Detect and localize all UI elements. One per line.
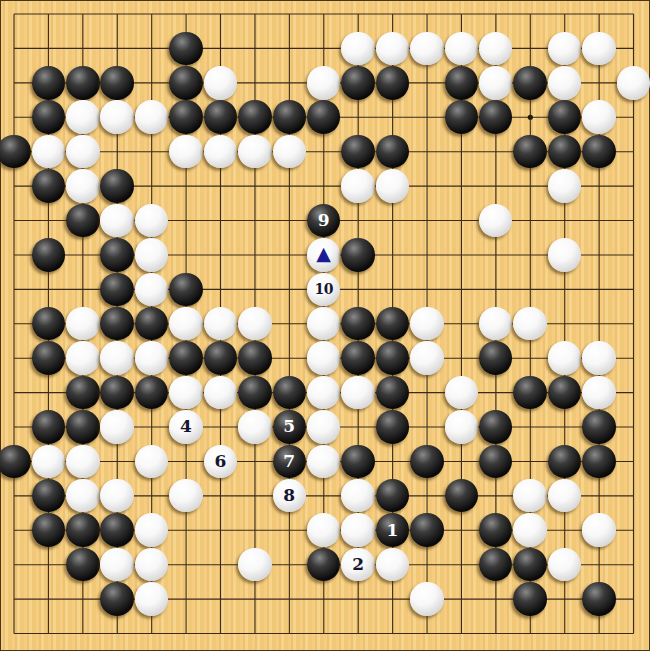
intersection-9-6[interactable]: 9 — [306, 203, 340, 237]
intersection-12-15[interactable] — [410, 513, 444, 547]
intersection-9-18[interactable] — [306, 616, 340, 650]
intersection-10-2[interactable] — [341, 66, 375, 100]
intersection-5-9[interactable] — [169, 306, 203, 340]
intersection-11-8[interactable] — [375, 272, 409, 306]
intersection-11-5[interactable] — [375, 169, 409, 203]
intersection-14-11[interactable] — [478, 375, 512, 409]
intersection-16-18[interactable] — [547, 616, 581, 650]
intersection-17-14[interactable] — [582, 478, 616, 512]
intersection-3-10[interactable] — [100, 341, 134, 375]
intersection-9-5[interactable] — [306, 169, 340, 203]
intersection-8-9[interactable] — [272, 306, 306, 340]
intersection-3-14[interactable] — [100, 478, 134, 512]
intersection-6-15[interactable] — [203, 513, 237, 547]
intersection-5-16[interactable] — [169, 547, 203, 581]
intersection-15-2[interactable] — [513, 66, 547, 100]
intersection-13-12[interactable] — [444, 410, 478, 444]
intersection-16-13[interactable] — [547, 444, 581, 478]
intersection-18-10[interactable] — [616, 341, 650, 375]
intersection-7-9[interactable] — [238, 306, 272, 340]
intersection-8-3[interactable] — [272, 100, 306, 134]
intersection-6-16[interactable] — [203, 547, 237, 581]
intersection-4-1[interactable] — [134, 31, 168, 65]
intersection-13-2[interactable] — [444, 66, 478, 100]
intersection-4-0[interactable] — [134, 0, 168, 31]
intersection-2-3[interactable] — [66, 100, 100, 134]
intersection-11-1[interactable] — [375, 31, 409, 65]
intersection-17-0[interactable] — [582, 0, 616, 31]
intersection-7-16[interactable] — [238, 547, 272, 581]
intersection-13-0[interactable] — [444, 0, 478, 31]
intersection-16-12[interactable] — [547, 410, 581, 444]
intersection-10-18[interactable] — [341, 616, 375, 650]
intersection-18-6[interactable] — [616, 203, 650, 237]
intersection-6-14[interactable] — [203, 478, 237, 512]
intersection-8-15[interactable] — [272, 513, 306, 547]
intersection-4-16[interactable] — [134, 547, 168, 581]
intersection-15-15[interactable] — [513, 513, 547, 547]
intersection-9-15[interactable] — [306, 513, 340, 547]
intersection-9-0[interactable] — [306, 0, 340, 31]
intersection-12-12[interactable] — [410, 410, 444, 444]
intersection-0-17[interactable] — [0, 582, 31, 616]
intersection-15-18[interactable] — [513, 616, 547, 650]
intersection-0-7[interactable] — [0, 238, 31, 272]
intersection-18-4[interactable] — [616, 134, 650, 168]
intersection-6-18[interactable] — [203, 616, 237, 650]
intersection-15-9[interactable] — [513, 306, 547, 340]
intersection-17-17[interactable] — [582, 582, 616, 616]
intersection-3-18[interactable] — [100, 616, 134, 650]
intersection-14-6[interactable] — [478, 203, 512, 237]
intersection-1-5[interactable] — [31, 169, 65, 203]
intersection-16-6[interactable] — [547, 203, 581, 237]
intersection-6-13[interactable]: 6 — [203, 444, 237, 478]
intersection-17-6[interactable] — [582, 203, 616, 237]
intersection-8-13[interactable]: 7 — [272, 444, 306, 478]
intersection-12-18[interactable] — [410, 616, 444, 650]
intersection-8-7[interactable] — [272, 238, 306, 272]
intersection-1-15[interactable] — [31, 513, 65, 547]
intersection-2-7[interactable] — [66, 238, 100, 272]
intersection-8-10[interactable] — [272, 341, 306, 375]
intersection-16-7[interactable] — [547, 238, 581, 272]
intersection-18-17[interactable] — [616, 582, 650, 616]
intersection-10-15[interactable] — [341, 513, 375, 547]
intersection-10-4[interactable] — [341, 134, 375, 168]
intersection-9-13[interactable] — [306, 444, 340, 478]
intersection-17-16[interactable] — [582, 547, 616, 581]
intersection-4-14[interactable] — [134, 478, 168, 512]
intersection-16-11[interactable] — [547, 375, 581, 409]
intersection-0-10[interactable] — [0, 341, 31, 375]
intersection-8-0[interactable] — [272, 0, 306, 31]
intersection-10-5[interactable] — [341, 169, 375, 203]
intersection-6-4[interactable] — [203, 134, 237, 168]
intersection-14-14[interactable] — [478, 478, 512, 512]
intersection-7-1[interactable] — [238, 31, 272, 65]
intersection-9-8[interactable]: 10 — [306, 272, 340, 306]
intersection-1-13[interactable] — [31, 444, 65, 478]
intersection-1-11[interactable] — [31, 375, 65, 409]
intersection-16-17[interactable] — [547, 582, 581, 616]
intersection-4-17[interactable] — [134, 582, 168, 616]
intersection-12-6[interactable] — [410, 203, 444, 237]
intersection-0-9[interactable] — [0, 306, 31, 340]
intersection-3-17[interactable] — [100, 582, 134, 616]
intersection-0-5[interactable] — [0, 169, 31, 203]
intersection-16-8[interactable] — [547, 272, 581, 306]
intersection-4-2[interactable] — [134, 66, 168, 100]
intersection-9-17[interactable] — [306, 582, 340, 616]
intersection-7-6[interactable] — [238, 203, 272, 237]
intersection-2-2[interactable] — [66, 66, 100, 100]
intersection-15-11[interactable] — [513, 375, 547, 409]
intersection-14-16[interactable] — [478, 547, 512, 581]
intersection-4-9[interactable] — [134, 306, 168, 340]
intersection-3-3[interactable] — [100, 100, 134, 134]
intersection-1-18[interactable] — [31, 616, 65, 650]
intersection-8-16[interactable] — [272, 547, 306, 581]
intersection-8-5[interactable] — [272, 169, 306, 203]
intersection-2-8[interactable] — [66, 272, 100, 306]
intersection-5-15[interactable] — [169, 513, 203, 547]
intersection-7-3[interactable] — [238, 100, 272, 134]
intersection-10-1[interactable] — [341, 31, 375, 65]
intersection-10-17[interactable] — [341, 582, 375, 616]
intersection-15-6[interactable] — [513, 203, 547, 237]
intersection-15-4[interactable] — [513, 134, 547, 168]
intersection-16-9[interactable] — [547, 306, 581, 340]
intersection-7-2[interactable] — [238, 66, 272, 100]
intersection-5-3[interactable] — [169, 100, 203, 134]
intersection-15-14[interactable] — [513, 478, 547, 512]
intersection-12-17[interactable] — [410, 582, 444, 616]
intersection-7-0[interactable] — [238, 0, 272, 31]
intersection-0-13[interactable] — [0, 444, 31, 478]
intersection-6-17[interactable] — [203, 582, 237, 616]
intersection-18-16[interactable] — [616, 547, 650, 581]
intersection-11-6[interactable] — [375, 203, 409, 237]
intersection-13-1[interactable] — [444, 31, 478, 65]
intersection-10-10[interactable] — [341, 341, 375, 375]
intersection-4-15[interactable] — [134, 513, 168, 547]
intersection-17-1[interactable] — [582, 31, 616, 65]
intersection-3-7[interactable] — [100, 238, 134, 272]
intersection-12-0[interactable] — [410, 0, 444, 31]
intersection-12-13[interactable] — [410, 444, 444, 478]
intersection-8-1[interactable] — [272, 31, 306, 65]
intersection-12-16[interactable] — [410, 547, 444, 581]
intersection-10-14[interactable] — [341, 478, 375, 512]
intersection-7-7[interactable] — [238, 238, 272, 272]
intersection-14-2[interactable] — [478, 66, 512, 100]
intersection-3-8[interactable] — [100, 272, 134, 306]
intersection-3-6[interactable] — [100, 203, 134, 237]
intersection-6-6[interactable] — [203, 203, 237, 237]
intersection-14-10[interactable] — [478, 341, 512, 375]
intersection-5-17[interactable] — [169, 582, 203, 616]
intersection-16-0[interactable] — [547, 0, 581, 31]
intersection-17-3[interactable] — [582, 100, 616, 134]
intersection-17-5[interactable] — [582, 169, 616, 203]
intersection-6-1[interactable] — [203, 31, 237, 65]
intersection-4-3[interactable] — [134, 100, 168, 134]
intersection-6-0[interactable] — [203, 0, 237, 31]
intersection-4-12[interactable] — [134, 410, 168, 444]
intersection-7-8[interactable] — [238, 272, 272, 306]
intersection-16-2[interactable] — [547, 66, 581, 100]
intersection-11-3[interactable] — [375, 100, 409, 134]
intersection-4-11[interactable] — [134, 375, 168, 409]
intersection-4-6[interactable] — [134, 203, 168, 237]
intersection-11-12[interactable] — [375, 410, 409, 444]
intersection-17-9[interactable] — [582, 306, 616, 340]
intersection-0-1[interactable] — [0, 31, 31, 65]
intersection-13-16[interactable] — [444, 547, 478, 581]
intersection-2-11[interactable] — [66, 375, 100, 409]
intersection-4-8[interactable] — [134, 272, 168, 306]
intersection-13-4[interactable] — [444, 134, 478, 168]
intersection-2-17[interactable] — [66, 582, 100, 616]
intersection-16-10[interactable] — [547, 341, 581, 375]
intersection-11-7[interactable] — [375, 238, 409, 272]
intersection-5-0[interactable] — [169, 0, 203, 31]
intersection-2-9[interactable] — [66, 306, 100, 340]
intersection-9-7[interactable]: ▲ — [306, 238, 340, 272]
intersection-17-18[interactable] — [582, 616, 616, 650]
intersection-10-6[interactable] — [341, 203, 375, 237]
intersection-1-10[interactable] — [31, 341, 65, 375]
intersection-8-4[interactable] — [272, 134, 306, 168]
intersection-8-14[interactable]: 8 — [272, 478, 306, 512]
intersection-6-8[interactable] — [203, 272, 237, 306]
intersection-0-4[interactable] — [0, 134, 31, 168]
intersection-18-0[interactable] — [616, 0, 650, 31]
intersection-11-18[interactable] — [375, 616, 409, 650]
intersection-13-17[interactable] — [444, 582, 478, 616]
intersection-5-10[interactable] — [169, 341, 203, 375]
intersection-8-12[interactable]: 5 — [272, 410, 306, 444]
intersection-13-3[interactable] — [444, 100, 478, 134]
intersection-16-15[interactable] — [547, 513, 581, 547]
intersection-0-2[interactable] — [0, 66, 31, 100]
intersection-8-6[interactable] — [272, 203, 306, 237]
intersection-15-8[interactable] — [513, 272, 547, 306]
intersection-11-14[interactable] — [375, 478, 409, 512]
intersection-5-7[interactable] — [169, 238, 203, 272]
intersection-18-13[interactable] — [616, 444, 650, 478]
intersection-3-5[interactable] — [100, 169, 134, 203]
intersection-12-9[interactable] — [410, 306, 444, 340]
intersection-14-13[interactable] — [478, 444, 512, 478]
intersection-12-4[interactable] — [410, 134, 444, 168]
intersection-11-11[interactable] — [375, 375, 409, 409]
intersection-9-16[interactable] — [306, 547, 340, 581]
intersection-17-15[interactable] — [582, 513, 616, 547]
intersection-13-8[interactable] — [444, 272, 478, 306]
intersection-14-5[interactable] — [478, 169, 512, 203]
intersection-2-0[interactable] — [66, 0, 100, 31]
intersection-18-9[interactable] — [616, 306, 650, 340]
intersection-2-15[interactable] — [66, 513, 100, 547]
intersection-5-13[interactable] — [169, 444, 203, 478]
intersection-10-13[interactable] — [341, 444, 375, 478]
intersection-14-18[interactable] — [478, 616, 512, 650]
intersection-18-8[interactable] — [616, 272, 650, 306]
intersection-3-11[interactable] — [100, 375, 134, 409]
intersection-4-5[interactable] — [134, 169, 168, 203]
intersection-7-17[interactable] — [238, 582, 272, 616]
intersection-0-0[interactable] — [0, 0, 31, 31]
intersection-11-15[interactable]: 1 — [375, 513, 409, 547]
intersection-11-9[interactable] — [375, 306, 409, 340]
intersection-12-7[interactable] — [410, 238, 444, 272]
intersection-5-8[interactable] — [169, 272, 203, 306]
intersection-7-14[interactable] — [238, 478, 272, 512]
intersection-18-18[interactable] — [616, 616, 650, 650]
intersection-13-10[interactable] — [444, 341, 478, 375]
intersection-2-4[interactable] — [66, 134, 100, 168]
intersection-16-16[interactable] — [547, 547, 581, 581]
intersection-10-7[interactable] — [341, 238, 375, 272]
intersection-4-10[interactable] — [134, 341, 168, 375]
intersection-1-3[interactable] — [31, 100, 65, 134]
intersection-0-14[interactable] — [0, 478, 31, 512]
intersection-3-12[interactable] — [100, 410, 134, 444]
intersection-14-4[interactable] — [478, 134, 512, 168]
intersection-7-5[interactable] — [238, 169, 272, 203]
intersection-15-16[interactable] — [513, 547, 547, 581]
intersection-14-1[interactable] — [478, 31, 512, 65]
intersection-11-2[interactable] — [375, 66, 409, 100]
intersection-3-15[interactable] — [100, 513, 134, 547]
intersection-2-5[interactable] — [66, 169, 100, 203]
intersection-18-14[interactable] — [616, 478, 650, 512]
intersection-14-3[interactable] — [478, 100, 512, 134]
intersection-10-3[interactable] — [341, 100, 375, 134]
intersection-7-4[interactable] — [238, 134, 272, 168]
intersection-17-8[interactable] — [582, 272, 616, 306]
intersection-18-1[interactable] — [616, 31, 650, 65]
intersection-13-15[interactable] — [444, 513, 478, 547]
intersection-18-11[interactable] — [616, 375, 650, 409]
intersection-6-11[interactable] — [203, 375, 237, 409]
intersection-7-10[interactable] — [238, 341, 272, 375]
intersection-9-9[interactable] — [306, 306, 340, 340]
intersection-12-10[interactable] — [410, 341, 444, 375]
intersection-16-4[interactable] — [547, 134, 581, 168]
intersection-12-1[interactable] — [410, 31, 444, 65]
intersection-11-13[interactable] — [375, 444, 409, 478]
intersection-14-7[interactable] — [478, 238, 512, 272]
intersection-18-2[interactable] — [616, 66, 650, 100]
intersection-1-12[interactable] — [31, 410, 65, 444]
intersection-15-10[interactable] — [513, 341, 547, 375]
intersection-10-9[interactable] — [341, 306, 375, 340]
intersection-1-14[interactable] — [31, 478, 65, 512]
intersection-16-14[interactable] — [547, 478, 581, 512]
intersection-13-9[interactable] — [444, 306, 478, 340]
intersection-5-12[interactable]: 4 — [169, 410, 203, 444]
intersection-1-0[interactable] — [31, 0, 65, 31]
intersection-14-0[interactable] — [478, 0, 512, 31]
intersection-7-11[interactable] — [238, 375, 272, 409]
intersection-6-2[interactable] — [203, 66, 237, 100]
intersection-15-7[interactable] — [513, 238, 547, 272]
intersection-9-4[interactable] — [306, 134, 340, 168]
intersection-17-13[interactable] — [582, 444, 616, 478]
intersection-12-5[interactable] — [410, 169, 444, 203]
intersection-2-6[interactable] — [66, 203, 100, 237]
intersection-8-11[interactable] — [272, 375, 306, 409]
intersection-9-1[interactable] — [306, 31, 340, 65]
intersection-6-9[interactable] — [203, 306, 237, 340]
intersection-16-5[interactable] — [547, 169, 581, 203]
intersection-0-15[interactable] — [0, 513, 31, 547]
intersection-14-8[interactable] — [478, 272, 512, 306]
intersection-9-14[interactable] — [306, 478, 340, 512]
intersection-1-1[interactable] — [31, 31, 65, 65]
intersection-5-18[interactable] — [169, 616, 203, 650]
intersection-11-17[interactable] — [375, 582, 409, 616]
intersection-0-6[interactable] — [0, 203, 31, 237]
intersection-3-16[interactable] — [100, 547, 134, 581]
intersection-14-17[interactable] — [478, 582, 512, 616]
intersection-17-2[interactable] — [582, 66, 616, 100]
intersection-18-7[interactable] — [616, 238, 650, 272]
intersection-5-5[interactable] — [169, 169, 203, 203]
intersection-10-12[interactable] — [341, 410, 375, 444]
intersection-18-5[interactable] — [616, 169, 650, 203]
intersection-1-6[interactable] — [31, 203, 65, 237]
intersection-14-15[interactable] — [478, 513, 512, 547]
intersection-4-4[interactable] — [134, 134, 168, 168]
intersection-15-0[interactable] — [513, 0, 547, 31]
intersection-1-17[interactable] — [31, 582, 65, 616]
intersection-6-3[interactable] — [203, 100, 237, 134]
intersection-2-13[interactable] — [66, 444, 100, 478]
intersection-1-7[interactable] — [31, 238, 65, 272]
intersection-17-12[interactable] — [582, 410, 616, 444]
intersection-16-3[interactable] — [547, 100, 581, 134]
intersection-0-3[interactable] — [0, 100, 31, 134]
intersection-7-12[interactable] — [238, 410, 272, 444]
intersection-0-18[interactable] — [0, 616, 31, 650]
intersection-1-16[interactable] — [31, 547, 65, 581]
intersection-4-7[interactable] — [134, 238, 168, 272]
intersection-1-2[interactable] — [31, 66, 65, 100]
intersection-2-14[interactable] — [66, 478, 100, 512]
intersection-12-2[interactable] — [410, 66, 444, 100]
intersection-5-4[interactable] — [169, 134, 203, 168]
intersection-7-15[interactable] — [238, 513, 272, 547]
intersection-17-11[interactable] — [582, 375, 616, 409]
intersection-6-5[interactable] — [203, 169, 237, 203]
intersection-0-11[interactable] — [0, 375, 31, 409]
intersection-10-0[interactable] — [341, 0, 375, 31]
intersection-14-12[interactable] — [478, 410, 512, 444]
intersection-12-11[interactable] — [410, 375, 444, 409]
intersection-7-13[interactable] — [238, 444, 272, 478]
intersection-18-15[interactable] — [616, 513, 650, 547]
intersection-1-8[interactable] — [31, 272, 65, 306]
intersection-11-4[interactable] — [375, 134, 409, 168]
intersection-12-14[interactable] — [410, 478, 444, 512]
intersection-5-6[interactable] — [169, 203, 203, 237]
intersection-6-12[interactable] — [203, 410, 237, 444]
intersection-14-9[interactable] — [478, 306, 512, 340]
